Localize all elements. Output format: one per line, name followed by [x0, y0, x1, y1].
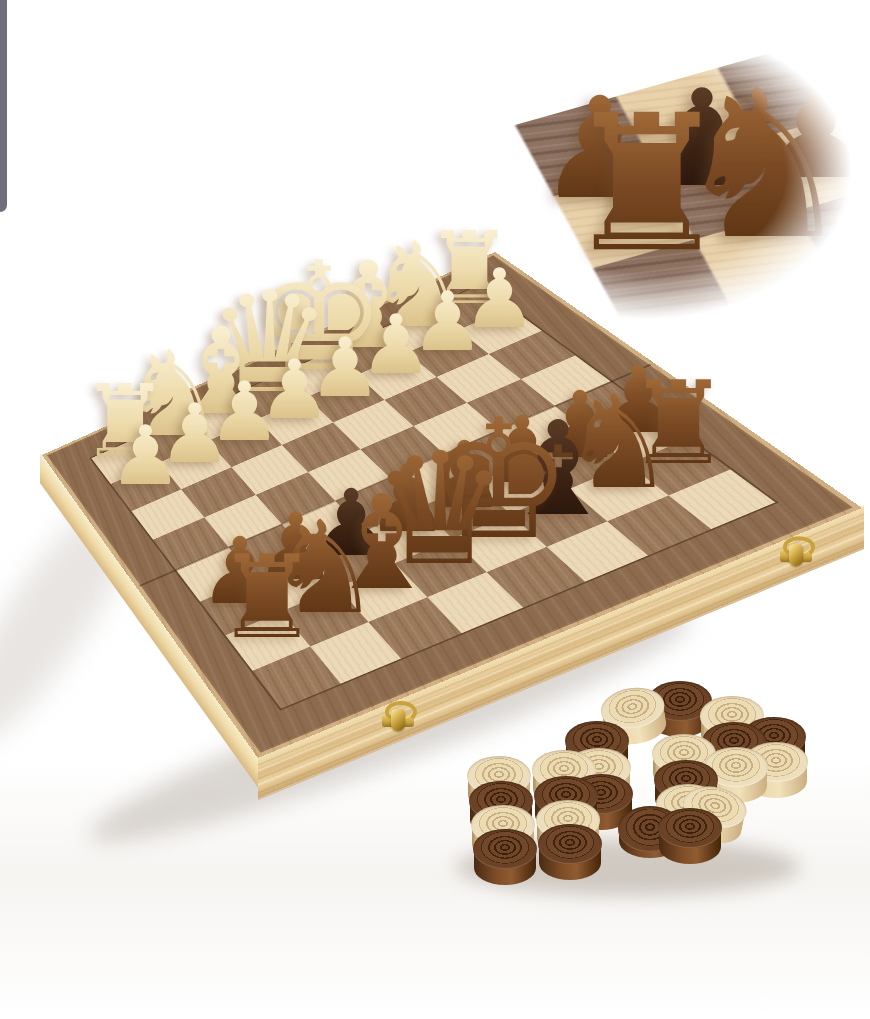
- checker-dark: [473, 829, 537, 887]
- checker-dark: [538, 824, 602, 882]
- checker-top-rings: [538, 824, 602, 864]
- checker-top-rings: [658, 808, 722, 848]
- checker-top-rings: [473, 829, 537, 869]
- product-photo-canvas: ♜♞♝♛♚♝♞♜♟♟♟♟♟♟♟♟♟♟♟♟♟♟♟♟♜♞♝♛♚♝♞♜ ♟♜♟♞♟: [0, 0, 870, 1019]
- checkers-pile: [0, 0, 870, 1019]
- ui-edge-bar: [0, 0, 7, 212]
- checker-dark: [658, 808, 722, 866]
